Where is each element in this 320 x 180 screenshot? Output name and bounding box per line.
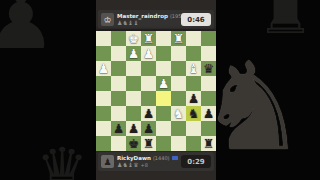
board-square[interactable]: ♜	[141, 31, 156, 46]
player-avatar[interactable]: ♟	[101, 155, 114, 168]
board-square[interactable]	[111, 46, 126, 61]
board-square[interactable]	[156, 121, 171, 136]
board-square[interactable]: ♚	[126, 31, 141, 46]
board-square[interactable]	[186, 136, 201, 151]
player-player-bar: ♟ RickyDawn (1440) ♟♞♝♛ +8 0:29	[98, 152, 214, 171]
player-clock: 0:29	[181, 155, 211, 168]
board-square[interactable]	[96, 121, 111, 136]
board-square[interactable]	[141, 61, 156, 76]
board-square[interactable]: ♟	[111, 121, 126, 136]
board-square[interactable]	[201, 76, 216, 91]
board-square[interactable]	[96, 136, 111, 151]
player-material-advantage: +8	[140, 162, 147, 168]
board-square[interactable]	[156, 136, 171, 151]
black-pawn-piece[interactable]: ♟	[126, 121, 141, 136]
board-square[interactable]	[126, 91, 141, 106]
shorts-background: ♟ ♛ ♜ ♞ ♔ Master_raindrop (1951) ♟♞♝♝ 0:…	[0, 0, 320, 180]
white-bishop-piece[interactable]: ♝	[186, 61, 201, 76]
board-square[interactable]	[156, 46, 171, 61]
board-square[interactable]	[111, 136, 126, 151]
black-king-piece[interactable]: ♚	[126, 136, 141, 151]
board-square[interactable]	[141, 76, 156, 91]
board-square[interactable]: ♟	[126, 121, 141, 136]
board-square[interactable]	[186, 121, 201, 136]
board-square[interactable]	[126, 106, 141, 121]
board-square[interactable]: ♜	[171, 31, 186, 46]
black-queen-piece[interactable]: ♛	[201, 61, 216, 76]
board-square[interactable]	[96, 76, 111, 91]
giant-queen-icon: ♛	[36, 140, 88, 180]
board-square[interactable]: ♝	[186, 61, 201, 76]
player-flag-icon	[172, 156, 178, 160]
board-square[interactable]: ♟	[201, 106, 216, 121]
opponent-player-bar: ♔ Master_raindrop (1951) ♟♞♝♝ 0:46	[98, 10, 214, 29]
board-square[interactable]	[141, 91, 156, 106]
black-pawn-piece[interactable]: ♟	[141, 121, 156, 136]
white-rook-piece[interactable]: ♜	[171, 31, 186, 46]
board-square[interactable]	[201, 31, 216, 46]
board-square[interactable]	[96, 106, 111, 121]
board-square[interactable]	[126, 61, 141, 76]
board-square[interactable]	[171, 61, 186, 76]
board-square[interactable]	[171, 136, 186, 151]
board-square[interactable]	[156, 31, 171, 46]
chess-app-screen: ♔ Master_raindrop (1951) ♟♞♝♝ 0:46 ♚♜♜♟♟…	[96, 0, 216, 180]
board-square[interactable]	[156, 61, 171, 76]
board-square[interactable]: ♛	[201, 61, 216, 76]
opponent-clock: 0:46	[181, 13, 211, 26]
board-square[interactable]	[126, 76, 141, 91]
board-square[interactable]	[171, 76, 186, 91]
black-rook-piece[interactable]: ♜	[201, 136, 216, 151]
black-pawn-piece[interactable]: ♟	[201, 106, 216, 121]
chess-board[interactable]: ♚♜♜♟♟♟♝♛♟♟♟♞♞♟♟♟♟♚♜♜	[96, 31, 216, 151]
board-square[interactable]: ♞	[171, 106, 186, 121]
black-rook-piece[interactable]: ♜	[141, 136, 156, 151]
giant-pawn-icon: ♟	[0, 0, 56, 60]
black-pawn-piece[interactable]: ♟	[186, 91, 201, 106]
white-knight-piece[interactable]: ♞	[171, 106, 186, 121]
board-square[interactable]	[186, 46, 201, 61]
board-square[interactable]	[186, 76, 201, 91]
player-captured-pieces: ♟♞♝♛	[117, 161, 139, 168]
board-square[interactable]: ♜	[141, 136, 156, 151]
black-pawn-piece[interactable]: ♟	[111, 121, 126, 136]
board-square[interactable]: ♟	[96, 61, 111, 76]
black-pawn-piece[interactable]: ♟	[141, 106, 156, 121]
board-square[interactable]: ♚	[126, 136, 141, 151]
white-pawn-piece[interactable]: ♟	[156, 76, 171, 91]
board-square[interactable]: ♟	[141, 46, 156, 61]
board-square[interactable]	[96, 46, 111, 61]
board-square[interactable]	[156, 91, 171, 106]
white-king-piece[interactable]: ♚	[126, 31, 141, 46]
white-pawn-piece[interactable]: ♟	[126, 46, 141, 61]
board-square[interactable]	[201, 121, 216, 136]
white-rook-piece[interactable]: ♜	[141, 31, 156, 46]
opponent-avatar[interactable]: ♔	[101, 13, 114, 26]
board-square[interactable]	[111, 61, 126, 76]
board-square[interactable]	[171, 91, 186, 106]
black-knight-piece[interactable]: ♞	[186, 106, 201, 121]
player-rating: (1440)	[153, 155, 170, 161]
board-square[interactable]: ♞	[186, 106, 201, 121]
board-square[interactable]	[111, 76, 126, 91]
white-pawn-piece[interactable]: ♟	[141, 46, 156, 61]
board-square[interactable]: ♟	[126, 46, 141, 61]
board-square[interactable]: ♟	[156, 76, 171, 91]
board-square[interactable]	[171, 121, 186, 136]
board-square[interactable]	[96, 91, 111, 106]
board-square[interactable]: ♟	[141, 106, 156, 121]
board-square[interactable]	[201, 46, 216, 61]
board-square[interactable]	[171, 46, 186, 61]
board-square[interactable]: ♟	[141, 121, 156, 136]
board-square[interactable]	[156, 106, 171, 121]
board-square[interactable]: ♜	[201, 136, 216, 151]
opponent-captured-pieces: ♟♞♝♝	[117, 20, 178, 26]
board-square[interactable]	[111, 91, 126, 106]
board-square[interactable]	[201, 91, 216, 106]
board-square[interactable]	[111, 31, 126, 46]
board-square[interactable]	[96, 31, 111, 46]
white-pawn-piece[interactable]: ♟	[96, 61, 111, 76]
board-square[interactable]	[186, 31, 201, 46]
board-square[interactable]: ♟	[186, 91, 201, 106]
board-square[interactable]	[111, 106, 126, 121]
